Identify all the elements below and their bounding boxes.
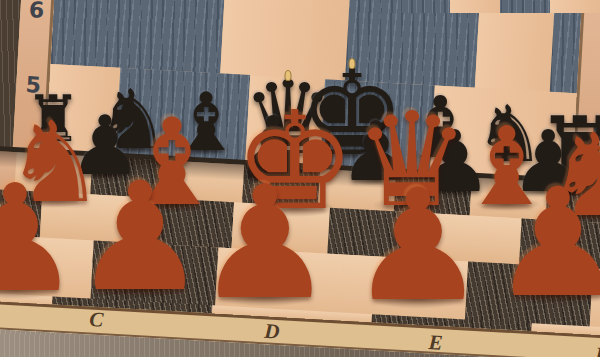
square-rank7 xyxy=(400,0,450,13)
piece-red-pawn-c1: ♟ xyxy=(73,162,207,312)
rank-label-6: 6 xyxy=(28,0,45,23)
piece-red-pawn-b1: ♟ xyxy=(0,165,81,313)
file-label-F: F xyxy=(594,342,600,357)
finial-e4 xyxy=(349,58,356,69)
square-rank6 xyxy=(51,0,227,73)
square-rank6 xyxy=(475,0,556,92)
chess-photo-stage: 655 CDEF ♜♞♝♛♚♝♞♟♟♟♜♟♟♞♝♝♛♚♞♟♟♟♟♟ xyxy=(0,0,600,357)
square-rank7 xyxy=(550,0,600,13)
piece-red-pawn-e1: ♟ xyxy=(349,169,487,323)
square-rank7 xyxy=(450,0,500,13)
piece-red-pawn-d1: ♟ xyxy=(195,165,335,321)
finial-d4 xyxy=(285,70,292,81)
square-rank7 xyxy=(500,0,550,13)
piece-red-pawn-f1: ♟ xyxy=(491,168,600,318)
